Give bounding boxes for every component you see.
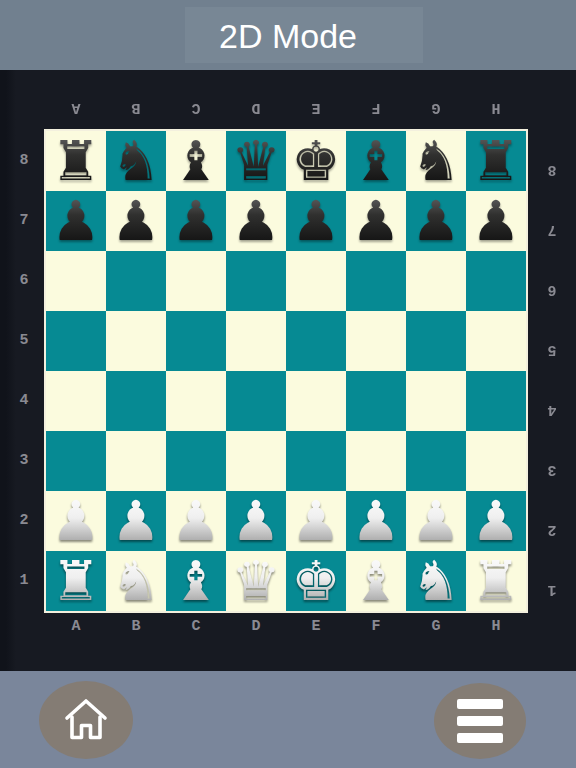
square-e8[interactable]: ♚ <box>286 131 346 191</box>
square-d5[interactable] <box>226 311 286 371</box>
square-c1[interactable]: ♝ <box>166 551 226 611</box>
home-icon <box>61 696 111 745</box>
square-d4[interactable] <box>226 371 286 431</box>
piece-black-pawn-f7[interactable]: ♟ <box>351 191 400 251</box>
rank-labels-right: 87654321 <box>530 139 574 619</box>
page-title: 2D Mode <box>0 0 576 70</box>
square-e4[interactable] <box>286 371 346 431</box>
square-e3[interactable] <box>286 431 346 491</box>
square-c7[interactable]: ♟ <box>166 191 226 251</box>
square-d6[interactable] <box>226 251 286 311</box>
square-b7[interactable]: ♟ <box>106 191 166 251</box>
file-label-bottom-f: F <box>346 615 406 639</box>
rank-label-left-4: 4 <box>0 371 48 431</box>
rank-label-left-1: 1 <box>0 551 48 611</box>
piece-white-pawn-b2[interactable]: ♟ <box>111 491 160 551</box>
piece-white-bishop-c1[interactable]: ♝ <box>171 551 220 611</box>
square-f5[interactable] <box>346 311 406 371</box>
square-e2[interactable]: ♟ <box>286 491 346 551</box>
piece-black-rook-h8[interactable]: ♜ <box>471 131 520 191</box>
square-b1[interactable]: ♞ <box>106 551 166 611</box>
square-a2[interactable]: ♟ <box>46 491 106 551</box>
file-label-top-e: E <box>286 95 346 119</box>
square-a4[interactable] <box>46 371 106 431</box>
piece-black-king-e8[interactable]: ♚ <box>291 131 340 191</box>
piece-black-pawn-b7[interactable]: ♟ <box>111 191 160 251</box>
square-e7[interactable]: ♟ <box>286 191 346 251</box>
piece-black-pawn-d7[interactable]: ♟ <box>231 191 280 251</box>
square-f8[interactable]: ♝ <box>346 131 406 191</box>
app-screen: 2D Mode ABCDEFGH 87654321 87654321 ♜♞♝♛♚… <box>0 0 576 768</box>
piece-white-queen-d1[interactable]: ♛ <box>231 551 280 611</box>
rank-label-left-8: 8 <box>0 131 48 191</box>
square-f7[interactable]: ♟ <box>346 191 406 251</box>
file-label-top-c: C <box>166 95 226 119</box>
square-a1[interactable]: ♜ <box>46 551 106 611</box>
file-label-top-a: A <box>46 95 106 119</box>
square-b2[interactable]: ♟ <box>106 491 166 551</box>
square-c3[interactable] <box>166 431 226 491</box>
square-h6[interactable] <box>466 251 526 311</box>
file-label-top-g: G <box>406 95 466 119</box>
rank-label-left-6: 6 <box>0 251 48 311</box>
file-label-top-f: F <box>346 95 406 119</box>
square-d8[interactable]: ♛ <box>226 131 286 191</box>
square-f6[interactable] <box>346 251 406 311</box>
piece-white-pawn-e2[interactable]: ♟ <box>291 491 340 551</box>
rank-label-right-6: 6 <box>530 259 574 319</box>
square-c8[interactable]: ♝ <box>166 131 226 191</box>
square-f4[interactable] <box>346 371 406 431</box>
chessboard: ♜♞♝♛♚♝♞♜♟♟♟♟♟♟♟♟♟♟♟♟♟♟♟♟♜♞♝♛♚♝♞♜ <box>44 129 528 613</box>
rank-label-left-5: 5 <box>0 311 48 371</box>
piece-white-rook-h1[interactable]: ♜ <box>471 551 520 611</box>
square-e1[interactable]: ♚ <box>286 551 346 611</box>
rank-label-right-5: 5 <box>530 319 574 379</box>
piece-black-pawn-g7[interactable]: ♟ <box>411 191 460 251</box>
square-g7[interactable]: ♟ <box>406 191 466 251</box>
square-a3[interactable] <box>46 431 106 491</box>
file-label-bottom-h: H <box>466 615 526 639</box>
square-h7[interactable]: ♟ <box>466 191 526 251</box>
square-e6[interactable] <box>286 251 346 311</box>
title-bar: 2D Mode <box>0 0 576 70</box>
piece-white-pawn-f2[interactable]: ♟ <box>351 491 400 551</box>
square-c4[interactable] <box>166 371 226 431</box>
rank-labels-left: 87654321 <box>0 131 48 611</box>
square-h1[interactable]: ♜ <box>466 551 526 611</box>
square-b8[interactable]: ♞ <box>106 131 166 191</box>
piece-white-pawn-c2[interactable]: ♟ <box>171 491 220 551</box>
piece-black-pawn-h7[interactable]: ♟ <box>471 191 520 251</box>
piece-white-bishop-f1[interactable]: ♝ <box>351 551 400 611</box>
square-g5[interactable] <box>406 311 466 371</box>
piece-white-pawn-d2[interactable]: ♟ <box>231 491 280 551</box>
square-f2[interactable]: ♟ <box>346 491 406 551</box>
piece-white-knight-g1[interactable]: ♞ <box>411 551 460 611</box>
rank-label-right-1: 1 <box>530 559 574 619</box>
square-e5[interactable] <box>286 311 346 371</box>
piece-white-pawn-a2[interactable]: ♟ <box>51 491 100 551</box>
piece-black-queen-d8[interactable]: ♛ <box>231 131 280 191</box>
square-g8[interactable]: ♞ <box>406 131 466 191</box>
square-h5[interactable] <box>466 311 526 371</box>
rank-label-left-7: 7 <box>0 191 48 251</box>
file-label-bottom-c: C <box>166 615 226 639</box>
piece-black-pawn-e7[interactable]: ♟ <box>291 191 340 251</box>
rank-label-left-2: 2 <box>0 491 48 551</box>
square-f1[interactable]: ♝ <box>346 551 406 611</box>
rank-label-right-3: 3 <box>530 439 574 499</box>
piece-white-knight-b1[interactable]: ♞ <box>111 551 160 611</box>
square-g1[interactable]: ♞ <box>406 551 466 611</box>
square-d1[interactable]: ♛ <box>226 551 286 611</box>
square-d2[interactable]: ♟ <box>226 491 286 551</box>
piece-white-rook-a1[interactable]: ♜ <box>51 551 100 611</box>
square-f3[interactable] <box>346 431 406 491</box>
piece-black-bishop-c8[interactable]: ♝ <box>171 131 220 191</box>
file-label-bottom-b: B <box>106 615 166 639</box>
rank-label-right-8: 8 <box>530 139 574 199</box>
square-c6[interactable] <box>166 251 226 311</box>
square-g4[interactable] <box>406 371 466 431</box>
rank-label-right-7: 7 <box>530 199 574 259</box>
square-c5[interactable] <box>166 311 226 371</box>
file-label-bottom-a: A <box>46 615 106 639</box>
menu-icon <box>457 699 503 743</box>
square-b3[interactable] <box>106 431 166 491</box>
file-labels-bottom: ABCDEFGH <box>46 615 526 639</box>
square-g6[interactable] <box>406 251 466 311</box>
file-label-bottom-g: G <box>406 615 466 639</box>
bottom-bar <box>0 671 576 768</box>
square-b6[interactable] <box>106 251 166 311</box>
file-labels-top: ABCDEFGH <box>46 95 526 119</box>
piece-white-pawn-h2[interactable]: ♟ <box>471 491 520 551</box>
square-d3[interactable] <box>226 431 286 491</box>
piece-black-knight-b8[interactable]: ♞ <box>111 131 160 191</box>
board-panel: ABCDEFGH 87654321 87654321 ♜♞♝♛♚♝♞♜♟♟♟♟♟… <box>0 70 576 671</box>
piece-black-rook-a8[interactable]: ♜ <box>51 131 100 191</box>
square-c2[interactable]: ♟ <box>166 491 226 551</box>
rank-label-right-2: 2 <box>530 499 574 559</box>
piece-black-pawn-a7[interactable]: ♟ <box>51 191 100 251</box>
home-button[interactable] <box>39 681 133 759</box>
piece-white-pawn-g2[interactable]: ♟ <box>411 491 460 551</box>
rank-label-left-3: 3 <box>0 431 48 491</box>
square-d7[interactable]: ♟ <box>226 191 286 251</box>
menu-button[interactable] <box>434 683 526 759</box>
file-label-top-d: D <box>226 95 286 119</box>
square-h3[interactable] <box>466 431 526 491</box>
square-a6[interactable] <box>46 251 106 311</box>
square-g3[interactable] <box>406 431 466 491</box>
piece-white-king-e1[interactable]: ♚ <box>291 551 340 611</box>
square-h4[interactable] <box>466 371 526 431</box>
square-b4[interactable] <box>106 371 166 431</box>
rank-label-right-4: 4 <box>530 379 574 439</box>
file-label-top-h: H <box>466 95 526 119</box>
file-label-bottom-e: E <box>286 615 346 639</box>
square-h8[interactable]: ♜ <box>466 131 526 191</box>
square-a8[interactable]: ♜ <box>46 131 106 191</box>
piece-black-pawn-c7[interactable]: ♟ <box>171 191 220 251</box>
square-b5[interactable] <box>106 311 166 371</box>
piece-black-bishop-f8[interactable]: ♝ <box>351 131 400 191</box>
file-label-top-b: B <box>106 95 166 119</box>
file-label-bottom-d: D <box>226 615 286 639</box>
square-a5[interactable] <box>46 311 106 371</box>
square-g2[interactable]: ♟ <box>406 491 466 551</box>
square-a7[interactable]: ♟ <box>46 191 106 251</box>
square-h2[interactable]: ♟ <box>466 491 526 551</box>
piece-black-knight-g8[interactable]: ♞ <box>411 131 460 191</box>
